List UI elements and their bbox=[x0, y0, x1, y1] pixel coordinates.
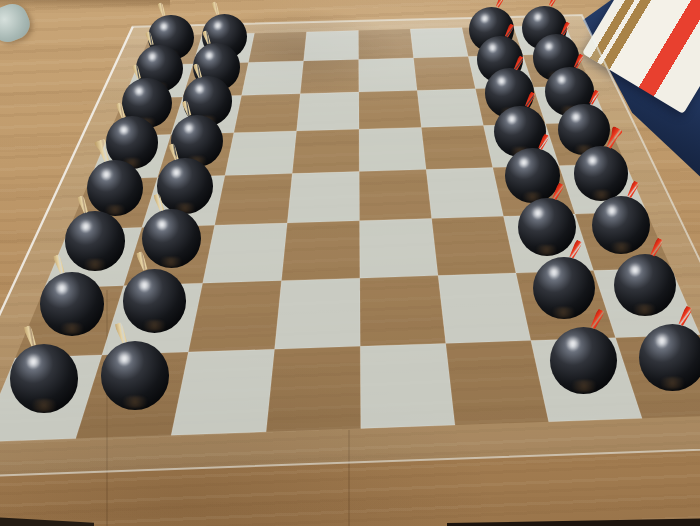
square-g4[interactable] bbox=[275, 278, 361, 349]
square-d5[interactable] bbox=[359, 127, 426, 171]
photo-scene bbox=[0, 0, 700, 526]
square-d4[interactable] bbox=[292, 129, 359, 173]
square-g5[interactable] bbox=[360, 276, 446, 347]
square-g6[interactable] bbox=[438, 273, 531, 343]
bomb-body bbox=[550, 327, 617, 394]
bomb-body bbox=[40, 272, 104, 336]
bomb-body bbox=[639, 324, 700, 391]
bomb-body bbox=[10, 344, 79, 413]
square-f4[interactable] bbox=[282, 221, 360, 281]
square-d6[interactable] bbox=[421, 126, 492, 170]
bomb-body bbox=[505, 148, 560, 203]
bomb-body bbox=[574, 146, 629, 201]
bomb-body bbox=[592, 196, 650, 254]
square-e3[interactable] bbox=[215, 174, 293, 226]
bomb-body bbox=[65, 211, 124, 270]
bomb-body bbox=[157, 158, 213, 214]
square-h3[interactable] bbox=[171, 349, 274, 435]
bomb-body bbox=[87, 160, 143, 216]
square-h5[interactable] bbox=[360, 343, 455, 428]
bomb-body bbox=[533, 257, 595, 319]
square-d3[interactable] bbox=[225, 131, 297, 176]
square-g3[interactable] bbox=[188, 281, 281, 352]
square-f3[interactable] bbox=[203, 223, 288, 283]
square-f5[interactable] bbox=[360, 219, 439, 279]
square-e4[interactable] bbox=[287, 172, 359, 223]
bomb-body bbox=[123, 269, 186, 332]
bomb-body bbox=[518, 198, 576, 256]
bomb-body bbox=[142, 209, 201, 268]
square-e5[interactable] bbox=[359, 170, 431, 221]
square-f6[interactable] bbox=[432, 216, 516, 275]
bomb-body bbox=[614, 254, 676, 316]
square-h4[interactable] bbox=[266, 346, 361, 432]
bomb-body bbox=[101, 341, 170, 410]
square-e6[interactable] bbox=[426, 168, 503, 219]
